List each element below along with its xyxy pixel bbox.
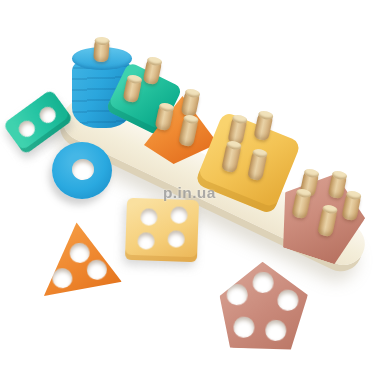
loose-circle-ring-piece [52, 142, 112, 199]
hole [86, 259, 107, 280]
hole [52, 268, 73, 289]
loose-rectangle-piece [3, 89, 74, 155]
hole [37, 104, 59, 126]
hole [226, 283, 248, 305]
loose-square-piece [125, 198, 199, 262]
hole [233, 316, 255, 338]
hole [140, 208, 158, 226]
loose-triangle-piece [36, 218, 123, 298]
hole [170, 206, 188, 224]
hole [277, 289, 299, 311]
hole [252, 271, 274, 293]
hole [69, 242, 90, 263]
toy-product-photo: p.in.ua [0, 0, 390, 390]
column-pentagon-station [280, 160, 378, 278]
hole [167, 230, 185, 248]
watermark-text: p.in.ua [163, 184, 216, 202]
hole [137, 232, 155, 250]
hole [265, 319, 287, 341]
wooden-peg [180, 89, 200, 118]
hole [16, 118, 38, 140]
hole [72, 159, 94, 180]
wooden-peg [93, 38, 110, 63]
